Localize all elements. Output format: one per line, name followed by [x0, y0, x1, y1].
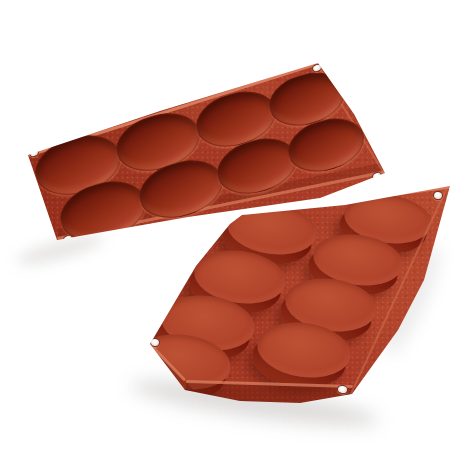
corner-hole	[336, 384, 348, 394]
product-photo	[0, 0, 460, 460]
